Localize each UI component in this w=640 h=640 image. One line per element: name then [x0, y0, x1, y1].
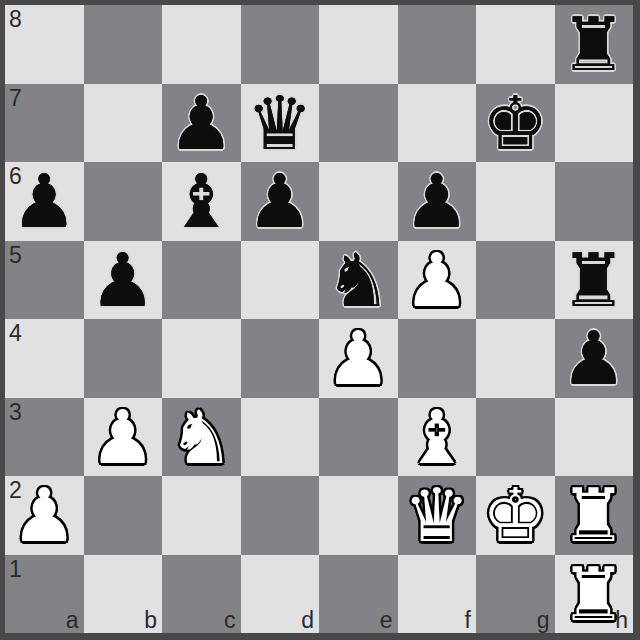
square-f2[interactable]: ♛♛	[398, 476, 477, 555]
file-label-e: e	[380, 609, 393, 632]
square-b7[interactable]	[84, 84, 163, 163]
square-e4[interactable]: ♟♟	[319, 319, 398, 398]
black-knight-icon: ♞	[319, 241, 398, 320]
square-g4[interactable]	[476, 319, 555, 398]
white-rook-icon: ♜	[555, 476, 634, 555]
square-e3[interactable]	[319, 398, 398, 477]
white-rook-icon: ♜	[555, 476, 634, 555]
square-d6[interactable]: ♟♟	[241, 162, 320, 241]
square-g8[interactable]	[476, 5, 555, 84]
file-label-b: b	[144, 609, 157, 632]
black-pawn-icon: ♟	[84, 241, 163, 320]
square-c3[interactable]: ♞♞	[162, 398, 241, 477]
square-f8[interactable]	[398, 5, 477, 84]
black-pawn-icon: ♟	[5, 162, 84, 241]
piece-white-rook-h2[interactable]: ♜♜	[555, 476, 634, 555]
rank-label-8: 8	[9, 8, 22, 31]
black-queen-icon: ♛	[241, 84, 320, 163]
square-g1[interactable]: g	[476, 555, 555, 634]
black-pawn-icon: ♟	[162, 84, 241, 163]
piece-black-rook-h5[interactable]: ♜♜	[555, 241, 634, 320]
file-label-d: d	[301, 609, 314, 632]
square-d5[interactable]	[241, 241, 320, 320]
piece-white-bishop-f3[interactable]: ♝♝	[398, 398, 477, 477]
piece-black-knight-e5[interactable]: ♞♞	[319, 241, 398, 320]
piece-black-pawn-f6[interactable]: ♟♟	[398, 162, 477, 241]
square-h6[interactable]	[555, 162, 634, 241]
square-e8[interactable]	[319, 5, 398, 84]
square-a8[interactable]: 8	[5, 5, 84, 84]
white-king-icon: ♚	[476, 476, 555, 555]
rank-label-5: 5	[9, 244, 22, 267]
square-b8[interactable]	[84, 5, 163, 84]
square-a6[interactable]: 6♟♟	[5, 162, 84, 241]
square-c7[interactable]: ♟♟	[162, 84, 241, 163]
white-pawn-icon: ♟	[5, 476, 84, 555]
piece-white-king-g2[interactable]: ♚♚	[476, 476, 555, 555]
black-pawn-icon: ♟	[241, 162, 320, 241]
square-h8[interactable]: ♜♜	[555, 5, 634, 84]
piece-white-rook-h1[interactable]: ♜♜	[555, 555, 634, 634]
square-g5[interactable]	[476, 241, 555, 320]
black-pawn-icon: ♟	[5, 162, 84, 241]
file-label-f: f	[465, 609, 471, 632]
black-queen-icon: ♛	[241, 84, 320, 163]
square-e2[interactable]	[319, 476, 398, 555]
black-pawn-icon: ♟	[84, 241, 163, 320]
square-d2[interactable]	[241, 476, 320, 555]
black-rook-icon: ♜	[555, 5, 634, 84]
square-d1[interactable]: d	[241, 555, 320, 634]
square-c4[interactable]	[162, 319, 241, 398]
piece-black-rook-h8[interactable]: ♜♜	[555, 5, 634, 84]
piece-white-knight-c3[interactable]: ♞♞	[162, 398, 241, 477]
piece-black-queen-d7[interactable]: ♛♛	[241, 84, 320, 163]
black-rook-icon: ♜	[555, 5, 634, 84]
square-d8[interactable]	[241, 5, 320, 84]
white-rook-icon: ♜	[555, 555, 634, 634]
square-c8[interactable]	[162, 5, 241, 84]
rank-label-7: 7	[9, 87, 22, 110]
black-pawn-icon: ♟	[241, 162, 320, 241]
square-f6[interactable]: ♟♟	[398, 162, 477, 241]
square-c5[interactable]	[162, 241, 241, 320]
black-pawn-icon: ♟	[398, 162, 477, 241]
piece-black-bishop-c6[interactable]: ♝♝	[162, 162, 241, 241]
black-king-icon: ♚	[476, 84, 555, 163]
square-g2[interactable]: ♚♚	[476, 476, 555, 555]
square-h5[interactable]: ♜♜	[555, 241, 634, 320]
square-d4[interactable]	[241, 319, 320, 398]
square-a4[interactable]: 4	[5, 319, 84, 398]
white-bishop-icon: ♝	[398, 398, 477, 477]
square-c2[interactable]	[162, 476, 241, 555]
rank-label-1: 1	[9, 558, 22, 581]
white-pawn-icon: ♟	[84, 398, 163, 477]
piece-white-queen-f2[interactable]: ♛♛	[398, 476, 477, 555]
square-h2[interactable]: ♜♜	[555, 476, 634, 555]
square-e7[interactable]	[319, 84, 398, 163]
black-pawn-icon: ♟	[162, 84, 241, 163]
piece-black-king-g7[interactable]: ♚♚	[476, 84, 555, 163]
square-e5[interactable]: ♞♞	[319, 241, 398, 320]
rank-label-3: 3	[9, 401, 22, 424]
square-c6[interactable]: ♝♝	[162, 162, 241, 241]
white-king-icon: ♚	[476, 476, 555, 555]
chess-board: 8♜♜7♟♟♛♛♚♚6♟♟♝♝♟♟♟♟5♟♟♞♞♟♟♜♜4♟♟♟♟3♟♟♞♞♝♝…	[5, 5, 633, 633]
white-pawn-icon: ♟	[84, 398, 163, 477]
square-b4[interactable]	[84, 319, 163, 398]
square-b5[interactable]: ♟♟	[84, 241, 163, 320]
square-h1[interactable]: h♜♜	[555, 555, 634, 634]
square-h4[interactable]: ♟♟	[555, 319, 634, 398]
file-label-a: a	[66, 609, 79, 632]
square-d3[interactable]	[241, 398, 320, 477]
file-label-c: c	[224, 609, 236, 632]
square-b1[interactable]: b	[84, 555, 163, 634]
square-a5[interactable]: 5	[5, 241, 84, 320]
white-knight-icon: ♞	[162, 398, 241, 477]
square-h7[interactable]	[555, 84, 634, 163]
square-d7[interactable]: ♛♛	[241, 84, 320, 163]
piece-black-pawn-c7[interactable]: ♟♟	[162, 84, 241, 163]
square-a2[interactable]: 2♟♟	[5, 476, 84, 555]
white-knight-icon: ♞	[162, 398, 241, 477]
square-g7[interactable]: ♚♚	[476, 84, 555, 163]
square-e1[interactable]: e	[319, 555, 398, 634]
white-pawn-icon: ♟	[319, 319, 398, 398]
square-f4[interactable]	[398, 319, 477, 398]
piece-white-pawn-a2[interactable]: ♟♟	[5, 476, 84, 555]
piece-white-pawn-f5[interactable]: ♟♟	[398, 241, 477, 320]
white-rook-icon: ♜	[555, 555, 634, 634]
square-f7[interactable]	[398, 84, 477, 163]
black-king-icon: ♚	[476, 84, 555, 163]
piece-white-pawn-e4[interactable]: ♟♟	[319, 319, 398, 398]
square-a7[interactable]: 7	[5, 84, 84, 163]
white-pawn-icon: ♟	[5, 476, 84, 555]
piece-black-pawn-h4[interactable]: ♟♟	[555, 319, 634, 398]
black-rook-icon: ♜	[555, 241, 634, 320]
piece-black-pawn-a6[interactable]: ♟♟	[5, 162, 84, 241]
white-queen-icon: ♛	[398, 476, 477, 555]
square-a3[interactable]: 3	[5, 398, 84, 477]
black-pawn-icon: ♟	[398, 162, 477, 241]
square-b2[interactable]	[84, 476, 163, 555]
square-f5[interactable]: ♟♟	[398, 241, 477, 320]
piece-black-pawn-d6[interactable]: ♟♟	[241, 162, 320, 241]
black-rook-icon: ♜	[555, 241, 634, 320]
square-h3[interactable]	[555, 398, 634, 477]
square-e6[interactable]	[319, 162, 398, 241]
white-queen-icon: ♛	[398, 476, 477, 555]
black-bishop-icon: ♝	[162, 162, 241, 241]
piece-black-pawn-b5[interactable]: ♟♟	[84, 241, 163, 320]
white-bishop-icon: ♝	[398, 398, 477, 477]
black-bishop-icon: ♝	[162, 162, 241, 241]
square-f1[interactable]: f	[398, 555, 477, 634]
square-g3[interactable]	[476, 398, 555, 477]
square-b3[interactable]: ♟♟	[84, 398, 163, 477]
black-pawn-icon: ♟	[555, 319, 634, 398]
square-g6[interactable]	[476, 162, 555, 241]
white-pawn-icon: ♟	[398, 241, 477, 320]
white-pawn-icon: ♟	[398, 241, 477, 320]
square-c1[interactable]: c	[162, 555, 241, 634]
rank-label-4: 4	[9, 322, 22, 345]
square-f3[interactable]: ♝♝	[398, 398, 477, 477]
piece-white-pawn-b3[interactable]: ♟♟	[84, 398, 163, 477]
square-a1[interactable]: 1a	[5, 555, 84, 634]
white-pawn-icon: ♟	[319, 319, 398, 398]
file-label-g: g	[537, 609, 550, 632]
chess-app-canvas: 8♜♜7♟♟♛♛♚♚6♟♟♝♝♟♟♟♟5♟♟♞♞♟♟♜♜4♟♟♟♟3♟♟♞♞♝♝…	[0, 0, 640, 640]
black-knight-icon: ♞	[319, 241, 398, 320]
black-pawn-icon: ♟	[555, 319, 634, 398]
square-b6[interactable]	[84, 162, 163, 241]
